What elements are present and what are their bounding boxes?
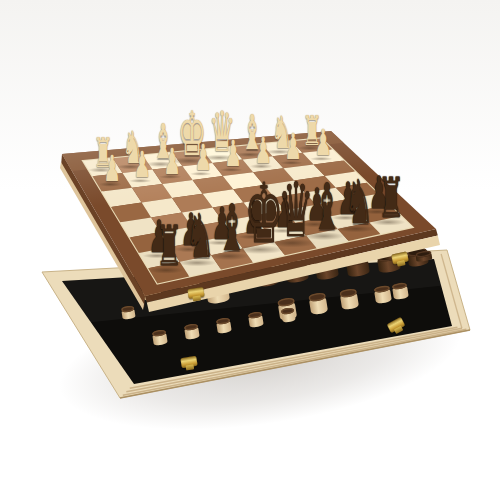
product-photo-scene: ♜♞♝♚♛♝♞♜♟♟♟♟♟♟♟♟♟♟♟♟♟♟♟♟♜♞♝♚♛♝♞♜ (0, 0, 500, 500)
case-hardware (0, 0, 500, 500)
brass-clasp (391, 251, 409, 264)
brass-clasp (187, 287, 204, 299)
brass-clasp (387, 317, 406, 333)
brass-clasp (180, 356, 197, 368)
